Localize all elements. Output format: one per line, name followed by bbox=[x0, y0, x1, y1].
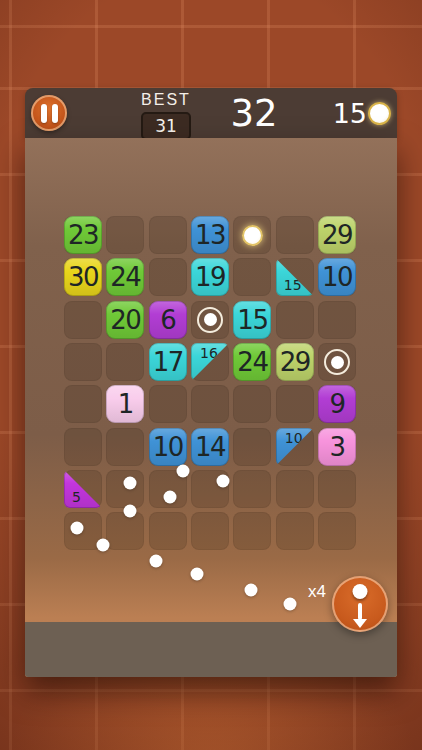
ball-multiplier: x4 bbox=[308, 582, 326, 602]
ball bbox=[284, 598, 297, 611]
ball bbox=[245, 584, 258, 597]
brick: 30 bbox=[64, 258, 102, 296]
brick: 14 bbox=[191, 428, 229, 466]
grid-cell bbox=[233, 428, 271, 466]
grid-cell bbox=[149, 258, 187, 296]
ring-icon bbox=[197, 307, 223, 333]
brick: 19 bbox=[191, 258, 229, 296]
brick: 9 bbox=[318, 385, 356, 423]
grid-cell bbox=[276, 301, 314, 339]
grid-cell bbox=[318, 470, 356, 508]
ball bbox=[124, 505, 137, 518]
ball bbox=[97, 539, 110, 552]
brick: 13 bbox=[191, 216, 229, 254]
brick: 24 bbox=[106, 258, 144, 296]
brick: 17 bbox=[149, 343, 187, 381]
grid-cell bbox=[191, 385, 229, 423]
grid-cell bbox=[318, 512, 356, 550]
brick: 6 bbox=[149, 301, 187, 339]
brick: 10 bbox=[318, 258, 356, 296]
pause-icon bbox=[41, 104, 47, 123]
grid-cell bbox=[276, 470, 314, 508]
pause-button[interactable] bbox=[31, 95, 67, 131]
ball-icon bbox=[368, 102, 391, 125]
game-screen: BEST 31 32 15 23132930241915102061517162… bbox=[0, 0, 422, 750]
grid-cell bbox=[191, 512, 229, 550]
brick: 3 bbox=[318, 428, 356, 466]
ball bbox=[71, 522, 84, 535]
brick: 29 bbox=[276, 343, 314, 381]
down-arrow-icon bbox=[358, 603, 362, 620]
grid-cell bbox=[318, 301, 356, 339]
brick: 15 bbox=[233, 301, 271, 339]
grid-cell bbox=[149, 512, 187, 550]
pause-icon bbox=[52, 104, 58, 123]
grid-cell bbox=[233, 512, 271, 550]
ball bbox=[164, 491, 177, 504]
brick: 1 bbox=[106, 385, 144, 423]
ball-dot bbox=[331, 356, 344, 369]
grid-cell bbox=[233, 385, 271, 423]
ball bbox=[191, 568, 204, 581]
ball bbox=[124, 477, 137, 490]
grid-cell bbox=[106, 470, 144, 508]
brick: 10 bbox=[149, 428, 187, 466]
brick: 24 bbox=[233, 343, 271, 381]
grid-cell bbox=[149, 216, 187, 254]
grid-cell bbox=[106, 428, 144, 466]
ball bbox=[217, 475, 230, 488]
grid-cell bbox=[106, 343, 144, 381]
grid-cell bbox=[106, 512, 144, 550]
down-arrow-icon bbox=[353, 619, 367, 628]
ball bbox=[177, 465, 190, 478]
launch-button[interactable] bbox=[332, 576, 388, 632]
ball-dot bbox=[204, 313, 217, 326]
brick: 20 bbox=[106, 301, 144, 339]
ball-count-value: 15 bbox=[333, 98, 367, 129]
grid-cell bbox=[64, 343, 102, 381]
top-bar: BEST 31 32 15 bbox=[25, 88, 397, 138]
brick: 29 bbox=[318, 216, 356, 254]
grid-cell bbox=[276, 216, 314, 254]
grid-cell bbox=[64, 301, 102, 339]
grid-cell bbox=[64, 385, 102, 423]
bottom-band bbox=[25, 622, 397, 677]
ring-pickup bbox=[318, 343, 356, 381]
ball-count-group: 15 bbox=[333, 88, 391, 138]
grid-cell bbox=[106, 216, 144, 254]
ball bbox=[150, 555, 163, 568]
grid-cell bbox=[276, 385, 314, 423]
ball-pickup bbox=[233, 216, 271, 254]
grid-cell bbox=[64, 428, 102, 466]
ring-pickup bbox=[191, 301, 229, 339]
score-value: 32 bbox=[230, 92, 277, 136]
gold-ball-icon bbox=[242, 225, 263, 246]
grid-cell bbox=[233, 258, 271, 296]
brick: 23 bbox=[64, 216, 102, 254]
best-label: BEST bbox=[141, 91, 191, 109]
best-score-value: 31 bbox=[155, 116, 177, 136]
ring-icon bbox=[324, 349, 350, 375]
grid-cell bbox=[233, 470, 271, 508]
best-score-box: 31 bbox=[141, 112, 191, 140]
grid-cell bbox=[149, 385, 187, 423]
launcher-ball bbox=[353, 584, 368, 599]
game-board[interactable]: 231329302419151020615171624291910141035 … bbox=[25, 138, 397, 677]
grid-cell bbox=[276, 512, 314, 550]
